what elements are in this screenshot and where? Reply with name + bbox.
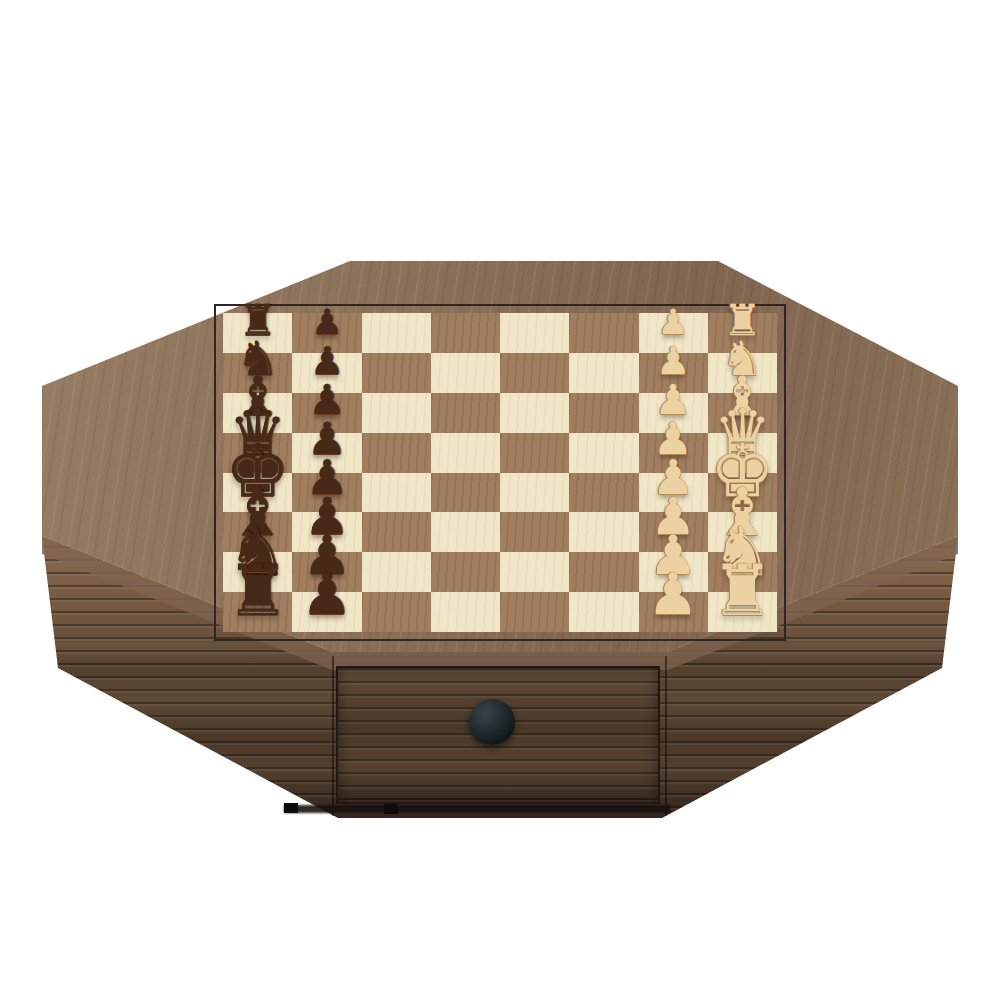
square-b4[interactable] [500,353,569,393]
piece-white-pawn-a2[interactable]: ♟ [657,305,688,340]
square-d5[interactable] [431,433,500,473]
box-foot [284,803,298,813]
drawer-knob[interactable] [469,699,515,745]
square-e5[interactable] [431,473,500,513]
square-f4[interactable] [500,512,569,552]
square-a6[interactable] [362,313,431,353]
square-e6[interactable] [362,473,431,513]
square-b3[interactable] [569,353,638,393]
square-e4[interactable] [500,473,569,513]
square-c4[interactable] [500,393,569,433]
piece-black-pawn-a7[interactable]: ♟ [311,305,342,340]
square-g4[interactable] [500,552,569,592]
square-e3[interactable] [569,473,638,513]
square-f6[interactable] [362,512,431,552]
square-a5[interactable] [431,313,500,353]
piece-white-pawn-h2[interactable]: ♟ [647,566,699,624]
square-h6[interactable] [362,592,431,632]
board-pinstripe-frame [214,304,786,641]
square-g3[interactable] [569,552,638,592]
square-f3[interactable] [569,512,638,552]
square-g5[interactable] [431,552,500,592]
square-b6[interactable] [362,353,431,393]
square-c3[interactable] [569,393,638,433]
square-d6[interactable] [362,433,431,473]
square-a3[interactable] [569,313,638,353]
piece-black-pawn-h7[interactable]: ♟ [301,566,353,624]
chess-box-scene: ♜♞♝♛♚♝♞♜♟♟♟♟♟♟♟♟♟♟♟♟♟♟♟♟♜♞♝♛♚♝♞♜ [0,0,1000,1000]
piece-black-rook-h8[interactable]: ♜ [226,556,289,627]
piece-white-rook-h1[interactable]: ♜ [711,556,774,627]
square-c6[interactable] [362,393,431,433]
square-d4[interactable] [500,433,569,473]
square-g6[interactable] [362,552,431,592]
square-h5[interactable] [431,592,500,632]
square-h4[interactable] [500,592,569,632]
front-right-corner-seam [665,656,667,816]
square-b5[interactable] [431,353,500,393]
base-shadow [284,805,670,813]
box-foot [384,804,398,814]
square-f5[interactable] [431,512,500,552]
square-a4[interactable] [500,313,569,353]
square-c5[interactable] [431,393,500,433]
square-h3[interactable] [569,592,638,632]
front-left-corner-seam [332,656,334,816]
square-d3[interactable] [569,433,638,473]
